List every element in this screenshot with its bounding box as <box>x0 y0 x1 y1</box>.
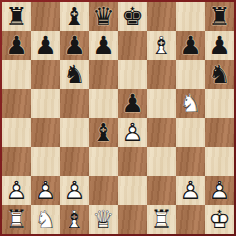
black-knight-icon: ♞ <box>205 60 234 89</box>
square-f4[interactable] <box>147 118 176 147</box>
square-c5[interactable] <box>60 89 89 118</box>
square-e8[interactable]: ♚ <box>118 2 147 31</box>
piece-black-rook[interactable]: ♜ <box>205 2 234 31</box>
piece-black-pawn[interactable]: ♟ <box>60 31 89 60</box>
square-a6[interactable] <box>2 60 31 89</box>
black-pawn-icon: ♟ <box>31 31 60 60</box>
square-h1[interactable]: ♚♔ <box>205 205 234 234</box>
square-a3[interactable] <box>2 147 31 176</box>
square-b3[interactable] <box>31 147 60 176</box>
square-f7[interactable]: ♝♗ <box>147 31 176 60</box>
black-king-icon: ♚ <box>118 2 147 31</box>
square-e7[interactable] <box>118 31 147 60</box>
white-queen-icon: ♛ <box>89 205 118 234</box>
square-a8[interactable]: ♜ <box>2 2 31 31</box>
white-king-outline-icon: ♔ <box>205 205 234 234</box>
piece-white-queen[interactable]: ♛♕ <box>89 205 118 234</box>
square-c7[interactable]: ♟ <box>60 31 89 60</box>
white-king-icon: ♚ <box>205 205 234 234</box>
piece-black-pawn[interactable]: ♟ <box>176 31 205 60</box>
piece-white-knight[interactable]: ♞♘ <box>176 89 205 118</box>
square-g1[interactable] <box>176 205 205 234</box>
square-f5[interactable] <box>147 89 176 118</box>
square-a1[interactable]: ♜♖ <box>2 205 31 234</box>
piece-black-queen[interactable]: ♛ <box>89 2 118 31</box>
white-pawn-icon: ♟ <box>2 176 31 205</box>
square-a5[interactable] <box>2 89 31 118</box>
board-frame: ♜♝♛♚♜♟♟♟♟♝♗♟♟♞♞♟♞♘♝♟♙♟♙♟♙♟♙♟♙♟♙♜♖♞♘♝♗♛♕♜… <box>0 0 236 236</box>
square-d2[interactable] <box>89 176 118 205</box>
piece-black-knight[interactable]: ♞ <box>205 60 234 89</box>
white-bishop-outline-icon: ♗ <box>147 31 176 60</box>
square-g8[interactable] <box>176 2 205 31</box>
square-d4[interactable]: ♝ <box>89 118 118 147</box>
square-h4[interactable] <box>205 118 234 147</box>
square-a7[interactable]: ♟ <box>2 31 31 60</box>
square-d5[interactable] <box>89 89 118 118</box>
black-rook-icon: ♜ <box>205 2 234 31</box>
square-e2[interactable] <box>118 176 147 205</box>
square-h5[interactable] <box>205 89 234 118</box>
white-bishop-outline-icon: ♗ <box>60 205 89 234</box>
white-knight-icon: ♞ <box>31 205 60 234</box>
white-pawn-icon: ♟ <box>176 176 205 205</box>
square-g5[interactable]: ♞♘ <box>176 89 205 118</box>
square-b4[interactable] <box>31 118 60 147</box>
square-g3[interactable] <box>176 147 205 176</box>
piece-black-knight[interactable]: ♞ <box>60 60 89 89</box>
square-e6[interactable] <box>118 60 147 89</box>
white-queen-outline-icon: ♕ <box>89 205 118 234</box>
piece-white-king[interactable]: ♚♔ <box>205 205 234 234</box>
piece-black-pawn[interactable]: ♟ <box>89 31 118 60</box>
square-h7[interactable]: ♟ <box>205 31 234 60</box>
piece-white-pawn[interactable]: ♟♙ <box>60 176 89 205</box>
black-rook-icon: ♜ <box>2 2 31 31</box>
square-f2[interactable] <box>147 176 176 205</box>
white-knight-outline-icon: ♘ <box>31 205 60 234</box>
square-c2[interactable]: ♟♙ <box>60 176 89 205</box>
square-f1[interactable]: ♜♖ <box>147 205 176 234</box>
square-h8[interactable]: ♜ <box>205 2 234 31</box>
piece-white-pawn[interactable]: ♟♙ <box>118 118 147 147</box>
piece-black-pawn[interactable]: ♟ <box>205 31 234 60</box>
white-pawn-outline-icon: ♙ <box>176 176 205 205</box>
black-bishop-icon: ♝ <box>89 118 118 147</box>
square-c6[interactable]: ♞ <box>60 60 89 89</box>
square-g7[interactable]: ♟ <box>176 31 205 60</box>
square-c4[interactable] <box>60 118 89 147</box>
square-g6[interactable] <box>176 60 205 89</box>
piece-white-pawn[interactable]: ♟♙ <box>176 176 205 205</box>
square-e4[interactable]: ♟♙ <box>118 118 147 147</box>
white-pawn-icon: ♟ <box>60 176 89 205</box>
black-pawn-icon: ♟ <box>89 31 118 60</box>
square-e1[interactable] <box>118 205 147 234</box>
white-rook-icon: ♜ <box>147 205 176 234</box>
square-f3[interactable] <box>147 147 176 176</box>
black-knight-icon: ♞ <box>60 60 89 89</box>
white-rook-icon: ♜ <box>2 205 31 234</box>
white-bishop-icon: ♝ <box>147 31 176 60</box>
white-pawn-icon: ♟ <box>205 176 234 205</box>
white-pawn-outline-icon: ♙ <box>205 176 234 205</box>
square-f6[interactable] <box>147 60 176 89</box>
piece-white-rook[interactable]: ♜♖ <box>2 205 31 234</box>
black-pawn-icon: ♟ <box>118 89 147 118</box>
white-knight-icon: ♞ <box>176 89 205 118</box>
black-bishop-icon: ♝ <box>60 2 89 31</box>
white-knight-outline-icon: ♘ <box>176 89 205 118</box>
square-b5[interactable] <box>31 89 60 118</box>
square-a2[interactable]: ♟♙ <box>2 176 31 205</box>
square-c8[interactable]: ♝ <box>60 2 89 31</box>
square-b8[interactable] <box>31 2 60 31</box>
square-f8[interactable] <box>147 2 176 31</box>
piece-black-pawn[interactable]: ♟ <box>31 31 60 60</box>
black-pawn-icon: ♟ <box>2 31 31 60</box>
white-pawn-icon: ♟ <box>118 118 147 147</box>
piece-white-knight[interactable]: ♞♘ <box>31 205 60 234</box>
piece-white-rook[interactable]: ♜♖ <box>147 205 176 234</box>
piece-black-rook[interactable]: ♜ <box>2 2 31 31</box>
square-g2[interactable]: ♟♙ <box>176 176 205 205</box>
square-d1[interactable]: ♛♕ <box>89 205 118 234</box>
white-rook-outline-icon: ♖ <box>147 205 176 234</box>
square-d6[interactable] <box>89 60 118 89</box>
white-pawn-outline-icon: ♙ <box>60 176 89 205</box>
white-pawn-icon: ♟ <box>31 176 60 205</box>
square-c1[interactable]: ♝♗ <box>60 205 89 234</box>
square-b7[interactable]: ♟ <box>31 31 60 60</box>
square-d8[interactable]: ♛ <box>89 2 118 31</box>
square-b6[interactable] <box>31 60 60 89</box>
square-c3[interactable] <box>60 147 89 176</box>
piece-black-bishop[interactable]: ♝ <box>60 2 89 31</box>
black-pawn-icon: ♟ <box>176 31 205 60</box>
black-queen-icon: ♛ <box>89 2 118 31</box>
black-pawn-icon: ♟ <box>205 31 234 60</box>
piece-white-pawn[interactable]: ♟♙ <box>2 176 31 205</box>
piece-black-king[interactable]: ♚ <box>118 2 147 31</box>
piece-white-bishop[interactable]: ♝♗ <box>60 205 89 234</box>
square-e3[interactable] <box>118 147 147 176</box>
chess-board: ♜♝♛♚♜♟♟♟♟♝♗♟♟♞♞♟♞♘♝♟♙♟♙♟♙♟♙♟♙♟♙♜♖♞♘♝♗♛♕♜… <box>2 2 234 234</box>
square-h6[interactable]: ♞ <box>205 60 234 89</box>
piece-black-pawn[interactable]: ♟ <box>2 31 31 60</box>
square-e5[interactable]: ♟ <box>118 89 147 118</box>
white-rook-outline-icon: ♖ <box>2 205 31 234</box>
square-h3[interactable] <box>205 147 234 176</box>
square-d3[interactable] <box>89 147 118 176</box>
piece-white-pawn[interactable]: ♟♙ <box>205 176 234 205</box>
black-pawn-icon: ♟ <box>60 31 89 60</box>
square-b1[interactable]: ♞♘ <box>31 205 60 234</box>
white-bishop-icon: ♝ <box>60 205 89 234</box>
piece-black-bishop[interactable]: ♝ <box>89 118 118 147</box>
square-g4[interactable] <box>176 118 205 147</box>
piece-white-pawn[interactable]: ♟♙ <box>31 176 60 205</box>
square-b2[interactable]: ♟♙ <box>31 176 60 205</box>
piece-black-pawn[interactable]: ♟ <box>118 89 147 118</box>
square-a4[interactable] <box>2 118 31 147</box>
white-pawn-outline-icon: ♙ <box>118 118 147 147</box>
white-pawn-outline-icon: ♙ <box>2 176 31 205</box>
square-h2[interactable]: ♟♙ <box>205 176 234 205</box>
piece-white-bishop[interactable]: ♝♗ <box>147 31 176 60</box>
white-pawn-outline-icon: ♙ <box>31 176 60 205</box>
square-d7[interactable]: ♟ <box>89 31 118 60</box>
